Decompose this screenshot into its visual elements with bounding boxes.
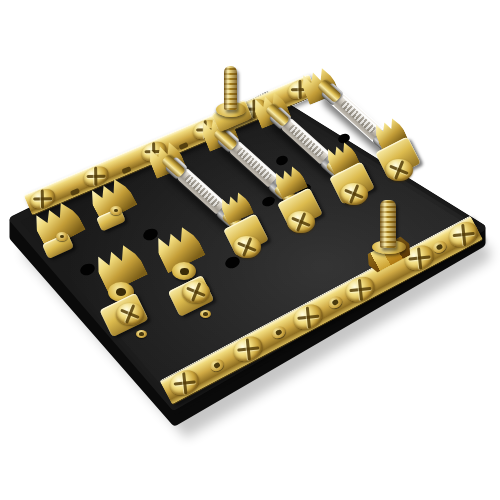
terminal-screw [385, 159, 413, 181]
fuse-block-photo: Product photo of a six-position glass fu… [0, 0, 500, 500]
clip-eyelet [172, 262, 196, 280]
terminal-screw [182, 281, 210, 303]
rivet [200, 310, 211, 318]
rivet [136, 330, 147, 338]
terminal-screw [233, 236, 261, 258]
bus-bar-slot [121, 166, 131, 174]
terminal-screw [287, 211, 315, 233]
rivet [327, 294, 345, 310]
stud-shaft [224, 66, 237, 110]
bus-bar-slot [178, 142, 188, 150]
stud-shaft [380, 200, 396, 248]
rivet [270, 324, 288, 340]
terminal-screw [340, 183, 368, 205]
bus-bar-slot [70, 188, 80, 196]
rivet [110, 206, 122, 215]
rivet [56, 232, 68, 241]
terminal-screw [116, 303, 144, 325]
rivet [208, 357, 226, 373]
